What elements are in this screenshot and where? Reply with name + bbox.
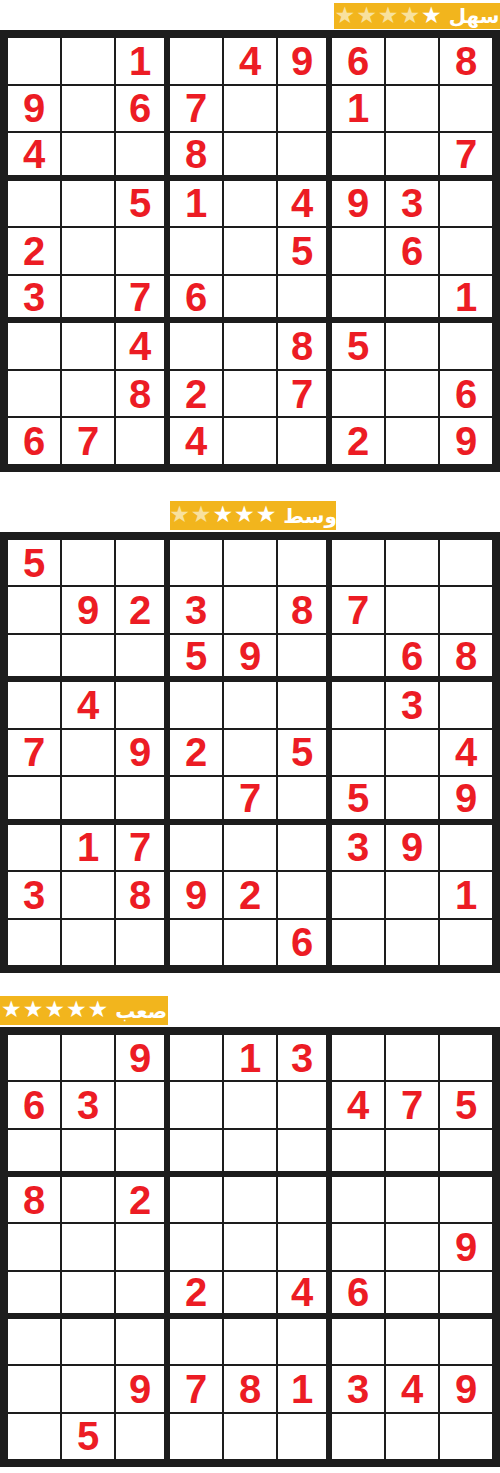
sudoku-cell-r2c5 (223, 85, 277, 133)
sudoku-cell-r9c3 (115, 919, 169, 966)
sudoku-cell-r1c4 (169, 539, 223, 586)
star-rating: ★★★★★ (335, 5, 442, 28)
sudoku-cell-r2c7: 1 (331, 85, 385, 133)
sudoku-cell-r8c9: 6 (439, 370, 493, 418)
sudoku-cell-r4c9 (439, 180, 493, 228)
sudoku-cell-r8c1: 3 (7, 871, 61, 918)
sudoku-cell-r4c3: 2 (115, 1176, 169, 1223)
sudoku-cell-r9c8 (385, 919, 439, 966)
sudoku-cell-r5c1: 7 (7, 729, 61, 776)
sudoku-cell-r6c5 (223, 275, 277, 323)
sudoku-cell-r6c8 (385, 275, 439, 323)
sudoku-cell-r7c6 (277, 1318, 331, 1365)
sudoku-cell-r1c6: 9 (277, 37, 331, 85)
sudoku-cell-r1c3: 9 (115, 1034, 169, 1081)
sudoku-cell-r6c4: 6 (169, 275, 223, 323)
sudoku-cell-r7c3 (115, 1318, 169, 1365)
sudoku-cell-r8c1 (7, 1365, 61, 1412)
sudoku-cell-r6c1 (7, 776, 61, 823)
sudoku-cell-r7c1 (7, 322, 61, 370)
sudoku-cell-r7c1 (7, 824, 61, 871)
sudoku-cell-r1c8 (385, 1034, 439, 1081)
difficulty-banner-medium: ★★★★★ وسط (170, 501, 336, 530)
sudoku-cell-r6c9: 1 (439, 275, 493, 323)
sudoku-cell-r8c5: 8 (223, 1365, 277, 1412)
sudoku-cell-r3c2 (61, 1129, 115, 1176)
sudoku-cell-r6c7: 6 (331, 1271, 385, 1318)
sudoku-cell-r5c2 (61, 1223, 115, 1270)
sudoku-cell-r4c8: 3 (385, 180, 439, 228)
sudoku-cell-r3c4 (169, 1129, 223, 1176)
sudoku-cell-r7c7: 5 (331, 322, 385, 370)
sudoku-cell-r9c9 (439, 1413, 493, 1460)
sudoku-cell-r9c7 (331, 1413, 385, 1460)
sudoku-cell-r7c4 (169, 322, 223, 370)
sudoku-cell-r9c4 (169, 919, 223, 966)
sudoku-cell-r2c6: 8 (277, 586, 331, 633)
sudoku-cell-r3c7 (331, 1129, 385, 1176)
sudoku-cell-r7c7: 3 (331, 824, 385, 871)
sudoku-cell-r9c1 (7, 919, 61, 966)
sudoku-cell-r5c9: 9 (439, 1223, 493, 1270)
sudoku-cell-r4c4 (169, 1176, 223, 1223)
sudoku-cell-r3c8 (385, 1129, 439, 1176)
sudoku-cell-r4c5 (223, 681, 277, 728)
sudoku-cell-r8c8 (385, 871, 439, 918)
difficulty-label-easy: سهل (449, 6, 500, 26)
sudoku-cell-r2c5 (223, 1081, 277, 1128)
sudoku-cell-r7c5 (223, 1318, 277, 1365)
sudoku-cell-r9c6 (277, 1413, 331, 1460)
sudoku-cell-r4c4 (169, 681, 223, 728)
sudoku-cell-r8c1 (7, 370, 61, 418)
sudoku-cell-r5c5 (223, 227, 277, 275)
star-icon: ★ (356, 4, 377, 27)
sudoku-cell-r5c9 (439, 227, 493, 275)
sudoku-cell-r7c7 (331, 1318, 385, 1365)
sudoku-cell-r5c2 (61, 227, 115, 275)
sudoku-cell-r6c7 (331, 275, 385, 323)
sudoku-cell-r2c8 (385, 85, 439, 133)
sudoku-cell-r3c2 (61, 634, 115, 681)
sudoku-cell-r5c5 (223, 1223, 277, 1270)
sudoku-cell-r7c5 (223, 824, 277, 871)
sudoku-cell-r9c1: 6 (7, 417, 61, 465)
sudoku-cell-r5c8 (385, 729, 439, 776)
sudoku-cell-r1c8 (385, 539, 439, 586)
sudoku-cell-r6c8 (385, 1271, 439, 1318)
sudoku-cell-r2c4 (169, 1081, 223, 1128)
sudoku-cell-r8c3: 8 (115, 370, 169, 418)
sudoku-cell-r6c7: 5 (331, 776, 385, 823)
sudoku-cell-r4c3: 5 (115, 180, 169, 228)
sudoku-cell-r8c4: 7 (169, 1365, 223, 1412)
sudoku-cell-r4c7 (331, 681, 385, 728)
sudoku-cell-r3c3 (115, 634, 169, 681)
sudoku-cell-r2c9 (439, 586, 493, 633)
sudoku-cell-r7c9 (439, 824, 493, 871)
sudoku-cell-r5c1: 2 (7, 227, 61, 275)
sudoku-cell-r6c8 (385, 776, 439, 823)
star-icon: ★ (88, 998, 109, 1021)
sudoku-cell-r3c6 (277, 132, 331, 180)
sudoku-cell-r1c7 (331, 539, 385, 586)
sudoku-cell-r3c5 (223, 1129, 277, 1176)
sudoku-cell-r4c3 (115, 681, 169, 728)
sudoku-cell-r4c6: 4 (277, 180, 331, 228)
sudoku-cell-r8c2 (61, 1365, 115, 1412)
sudoku-cell-r1c3 (115, 539, 169, 586)
sudoku-cell-r5c4 (169, 1223, 223, 1270)
star-icon: ★ (23, 998, 44, 1021)
sudoku-cell-r1c2 (61, 539, 115, 586)
sudoku-cell-r7c5 (223, 322, 277, 370)
sudoku-cell-r8c8 (385, 370, 439, 418)
sudoku-cell-r9c7: 2 (331, 417, 385, 465)
sudoku-cell-r2c1 (7, 586, 61, 633)
sudoku-cell-r5c7 (331, 227, 385, 275)
sudoku-cell-r6c4: 2 (169, 1271, 223, 1318)
sudoku-cell-r6c5: 7 (223, 776, 277, 823)
sudoku-cell-r7c9 (439, 1318, 493, 1365)
sudoku-cell-r8c4: 2 (169, 370, 223, 418)
sudoku-cell-r3c8 (385, 132, 439, 180)
sudoku-cell-r7c2 (61, 1318, 115, 1365)
sudoku-cell-r8c6 (277, 871, 331, 918)
star-icon: ★ (169, 503, 190, 526)
star-icon: ★ (335, 4, 356, 27)
sudoku-cell-r2c5 (223, 586, 277, 633)
star-icon: ★ (66, 998, 87, 1021)
sudoku-cell-r4c2 (61, 1176, 115, 1223)
difficulty-banner-easy: ★★★★★ سهل (334, 3, 500, 29)
sudoku-cell-r3c6 (277, 634, 331, 681)
sudoku-cell-r9c3 (115, 417, 169, 465)
sudoku-cell-r1c3: 1 (115, 37, 169, 85)
sudoku-cell-r2c2: 3 (61, 1081, 115, 1128)
sudoku-cell-r1c4 (169, 37, 223, 85)
sudoku-cell-r1c6: 3 (277, 1034, 331, 1081)
sudoku-cell-r6c3 (115, 1271, 169, 1318)
sudoku-cell-r3c9: 8 (439, 634, 493, 681)
sudoku-cell-r2c7: 4 (331, 1081, 385, 1128)
sudoku-cell-r8c3: 8 (115, 871, 169, 918)
sudoku-cell-r7c3: 4 (115, 322, 169, 370)
sudoku-cell-r4c6 (277, 1176, 331, 1223)
sudoku-cell-r8c5: 2 (223, 871, 277, 918)
sudoku-cell-r4c5 (223, 1176, 277, 1223)
sudoku-cell-r9c2 (61, 919, 115, 966)
sudoku-cell-r7c6 (277, 824, 331, 871)
sudoku-cell-r1c8 (385, 37, 439, 85)
sudoku-cell-r7c8: 9 (385, 824, 439, 871)
sudoku-cell-r5c8 (385, 1223, 439, 1270)
sudoku-cell-r3c1 (7, 1129, 61, 1176)
star-icon: ★ (256, 503, 277, 526)
sudoku-cell-r6c2 (61, 275, 115, 323)
sudoku-cell-r2c2: 9 (61, 586, 115, 633)
sudoku-cell-r3c2 (61, 132, 115, 180)
sudoku-cell-r7c6: 8 (277, 322, 331, 370)
sudoku-cell-r9c9: 9 (439, 417, 493, 465)
difficulty-banner-hard: ★★★★★ صعب (0, 996, 168, 1025)
sudoku-cell-r5c5 (223, 729, 277, 776)
sudoku-cell-r1c7 (331, 1034, 385, 1081)
sudoku-cell-r9c6 (277, 417, 331, 465)
sudoku-cell-r7c1 (7, 1318, 61, 1365)
sudoku-cell-r8c9: 9 (439, 1365, 493, 1412)
star-icon: ★ (191, 503, 212, 526)
sudoku-cell-r5c4: 2 (169, 729, 223, 776)
sudoku-cell-r1c1 (7, 1034, 61, 1081)
sudoku-cell-r4c7 (331, 1176, 385, 1223)
sudoku-cell-r5c7 (331, 1223, 385, 1270)
sudoku-cell-r1c1 (7, 37, 61, 85)
sudoku-cell-r1c9 (439, 539, 493, 586)
sudoku-cell-r5c6: 5 (277, 227, 331, 275)
star-icon: ★ (399, 4, 420, 27)
sudoku-cell-r6c1 (7, 1271, 61, 1318)
sudoku-cell-r6c6 (277, 275, 331, 323)
sudoku-cell-r3c9: 7 (439, 132, 493, 180)
sudoku-cell-r2c3: 2 (115, 586, 169, 633)
sudoku-cell-r9c5 (223, 919, 277, 966)
sudoku-cell-r5c9: 4 (439, 729, 493, 776)
sudoku-cell-r7c2: 1 (61, 824, 115, 871)
sudoku-cell-r1c5: 1 (223, 1034, 277, 1081)
sudoku-cell-r5c3 (115, 1223, 169, 1270)
sudoku-cell-r5c3: 9 (115, 729, 169, 776)
sudoku-cell-r6c2 (61, 1271, 115, 1318)
sudoku-cell-r4c2: 4 (61, 681, 115, 728)
sudoku-cell-r9c2: 5 (61, 1413, 115, 1460)
sudoku-cell-r3c9 (439, 1129, 493, 1176)
sudoku-cell-r4c5 (223, 180, 277, 228)
sudoku-cell-r6c3: 7 (115, 275, 169, 323)
sudoku-cell-r7c2 (61, 322, 115, 370)
sudoku-cell-r6c6: 4 (277, 1271, 331, 1318)
sudoku-cell-r2c3 (115, 1081, 169, 1128)
sudoku-cell-r8c9: 1 (439, 871, 493, 918)
sudoku-cell-r6c6 (277, 776, 331, 823)
sudoku-cell-r7c3: 7 (115, 824, 169, 871)
sudoku-cell-r8c4: 9 (169, 871, 223, 918)
sudoku-cell-r4c6 (277, 681, 331, 728)
sudoku-cell-r1c6 (277, 539, 331, 586)
sudoku-cell-r3c8: 6 (385, 634, 439, 681)
sudoku-cell-r2c1: 9 (7, 85, 61, 133)
sudoku-cell-r6c4 (169, 776, 223, 823)
star-icon: ★ (212, 503, 233, 526)
sudoku-cell-r5c6 (277, 1223, 331, 1270)
sudoku-cell-r6c1: 3 (7, 275, 61, 323)
sudoku-cell-r1c2 (61, 1034, 115, 1081)
sudoku-cell-r9c4: 4 (169, 417, 223, 465)
sudoku-cell-r5c6: 5 (277, 729, 331, 776)
sudoku-cell-r6c2 (61, 776, 115, 823)
sudoku-cell-r2c6 (277, 1081, 331, 1128)
sudoku-cell-r3c5 (223, 132, 277, 180)
sudoku-grid-hard: 9136347582924697813495 (7, 1034, 493, 1460)
sudoku-cell-r5c2 (61, 729, 115, 776)
sudoku-board-easy: 149689671487514932563761485827667429 (0, 30, 500, 472)
sudoku-cell-r3c7 (331, 634, 385, 681)
sudoku-cell-r6c9: 9 (439, 776, 493, 823)
sudoku-cell-r1c5: 4 (223, 37, 277, 85)
sudoku-cell-r2c2 (61, 85, 115, 133)
sudoku-cell-r7c4 (169, 824, 223, 871)
sudoku-cell-r4c8: 3 (385, 681, 439, 728)
sudoku-cell-r2c6 (277, 85, 331, 133)
sudoku-cell-r8c5 (223, 370, 277, 418)
sudoku-cell-r4c9 (439, 681, 493, 728)
sudoku-cell-r8c6: 7 (277, 370, 331, 418)
sudoku-cell-r9c6: 6 (277, 919, 331, 966)
sudoku-cell-r9c5 (223, 1413, 277, 1460)
sudoku-cell-r4c2 (61, 180, 115, 228)
sudoku-cell-r1c2 (61, 37, 115, 85)
sudoku-cell-r4c7: 9 (331, 180, 385, 228)
sudoku-cell-r2c1: 6 (7, 1081, 61, 1128)
sudoku-cell-r3c5: 9 (223, 634, 277, 681)
difficulty-label-medium: وسط (283, 506, 337, 526)
sudoku-cell-r3c4: 8 (169, 132, 223, 180)
sudoku-cell-r4c1: 8 (7, 1176, 61, 1223)
sudoku-cell-r9c8 (385, 1413, 439, 1460)
sudoku-cell-r3c4: 5 (169, 634, 223, 681)
sudoku-cell-r2c8: 7 (385, 1081, 439, 1128)
sudoku-cell-r1c9 (439, 1034, 493, 1081)
sudoku-cell-r3c1 (7, 634, 61, 681)
sudoku-cell-r1c7: 6 (331, 37, 385, 85)
sudoku-cell-r4c1 (7, 180, 61, 228)
sudoku-grid-medium: 592387596843792547591739389216 (7, 539, 493, 966)
sudoku-cell-r5c4 (169, 227, 223, 275)
sudoku-cell-r2c4: 3 (169, 586, 223, 633)
sudoku-cell-r4c8 (385, 1176, 439, 1223)
star-rating: ★★★★★ (169, 504, 276, 527)
sudoku-cell-r9c3 (115, 1413, 169, 1460)
sudoku-cell-r1c5 (223, 539, 277, 586)
sudoku-cell-r8c6: 1 (277, 1365, 331, 1412)
sudoku-cell-r7c8 (385, 1318, 439, 1365)
sudoku-cell-r8c7: 3 (331, 1365, 385, 1412)
sudoku-cell-r4c4: 1 (169, 180, 223, 228)
sudoku-board-hard: 9136347582924697813495 (0, 1027, 500, 1467)
sudoku-cell-r1c1: 5 (7, 539, 61, 586)
star-icon: ★ (234, 503, 255, 526)
sudoku-cell-r8c2 (61, 871, 115, 918)
sudoku-cell-r9c1 (7, 1413, 61, 1460)
star-icon: ★ (44, 998, 65, 1021)
sudoku-cell-r3c7 (331, 132, 385, 180)
sudoku-cell-r1c9: 8 (439, 37, 493, 85)
sudoku-cell-r9c4 (169, 1413, 223, 1460)
difficulty-label-hard: صعب (115, 1001, 167, 1021)
sudoku-cell-r2c7: 7 (331, 586, 385, 633)
sudoku-cell-r3c3 (115, 1129, 169, 1176)
sudoku-cell-r3c6 (277, 1129, 331, 1176)
sudoku-cell-r9c9 (439, 919, 493, 966)
sudoku-cell-r8c7 (331, 370, 385, 418)
star-icon: ★ (378, 4, 399, 27)
sudoku-cell-r1c4 (169, 1034, 223, 1081)
sudoku-cell-r6c9 (439, 1271, 493, 1318)
sudoku-cell-r8c7 (331, 871, 385, 918)
sudoku-cell-r8c8: 4 (385, 1365, 439, 1412)
sudoku-cell-r5c1 (7, 1223, 61, 1270)
sudoku-cell-r2c3: 6 (115, 85, 169, 133)
sudoku-cell-r5c8: 6 (385, 227, 439, 275)
sudoku-cell-r5c7 (331, 729, 385, 776)
sudoku-cell-r7c9 (439, 322, 493, 370)
sudoku-cell-r2c8 (385, 586, 439, 633)
star-icon: ★ (421, 4, 442, 27)
sudoku-cell-r3c1: 4 (7, 132, 61, 180)
sudoku-cell-r3c3 (115, 132, 169, 180)
sudoku-cell-r2c4: 7 (169, 85, 223, 133)
sudoku-cell-r4c1 (7, 681, 61, 728)
sudoku-cell-r8c3: 9 (115, 1365, 169, 1412)
sudoku-cell-r9c5 (223, 417, 277, 465)
sudoku-grid-easy: 149689671487514932563761485827667429 (7, 37, 493, 465)
sudoku-cell-r9c2: 7 (61, 417, 115, 465)
sudoku-cell-r2c9: 5 (439, 1081, 493, 1128)
sudoku-board-medium: 592387596843792547591739389216 (0, 532, 500, 973)
sudoku-cell-r5c3 (115, 227, 169, 275)
star-icon: ★ (1, 998, 22, 1021)
sudoku-cell-r9c8 (385, 417, 439, 465)
sudoku-cell-r2c9 (439, 85, 493, 133)
sudoku-cell-r4c9 (439, 1176, 493, 1223)
sudoku-cell-r7c8 (385, 322, 439, 370)
sudoku-cell-r7c4 (169, 1318, 223, 1365)
sudoku-cell-r9c7 (331, 919, 385, 966)
sudoku-cell-r6c5 (223, 1271, 277, 1318)
sudoku-cell-r6c3 (115, 776, 169, 823)
sudoku-cell-r8c2 (61, 370, 115, 418)
star-rating: ★★★★★ (1, 999, 108, 1022)
